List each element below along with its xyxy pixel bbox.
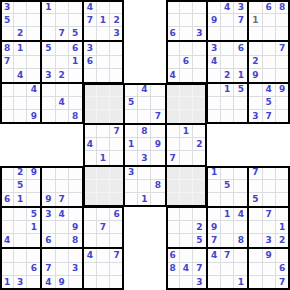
cell-r4c18: 6: [234, 42, 247, 55]
cell-r15c10[interactable]: [125, 193, 138, 206]
cell-r19c3[interactable]: [27, 249, 40, 262]
cell-r13c17[interactable]: [221, 167, 234, 180]
cell-r18c5[interactable]: [56, 234, 69, 247]
cell-r20c5[interactable]: [56, 263, 69, 276]
cell-r9c11[interactable]: [138, 110, 151, 123]
cell-r21c20[interactable]: [263, 276, 276, 289]
cell-r7c10[interactable]: [125, 84, 138, 97]
cell-r13c14[interactable]: [180, 167, 193, 180]
cell-r8c3[interactable]: [27, 97, 40, 110]
cell-r15c13[interactable]: [167, 193, 180, 206]
cell-r7c6[interactable]: [69, 84, 82, 97]
cell-r14c3[interactable]: [27, 180, 40, 193]
cell-r20c14: 4: [180, 263, 193, 276]
cell-r12c9[interactable]: [110, 151, 123, 164]
cell-r16c21[interactable]: [276, 208, 289, 221]
cell-r7c2[interactable]: [14, 84, 27, 97]
cell-r17c7[interactable]: [84, 221, 97, 234]
cell-r6c15[interactable]: [193, 69, 206, 82]
cell-r19c19[interactable]: [249, 249, 262, 262]
cell-r15c6[interactable]: [69, 193, 82, 206]
cell-r17c17[interactable]: [221, 221, 234, 234]
cell-r19c20: 9: [263, 249, 276, 262]
cell-r16c1[interactable]: [1, 208, 14, 221]
cell-r6c2: 4: [14, 69, 27, 82]
cell-r5c8[interactable]: [97, 56, 110, 69]
cell-r5c13[interactable]: [167, 56, 180, 69]
overlap-box: [166, 83, 207, 124]
cell-r10c15[interactable]: [193, 125, 206, 138]
cell-r8c13[interactable]: [167, 97, 180, 110]
cell-r8c1[interactable]: [1, 97, 14, 110]
cell-r19c8[interactable]: [97, 249, 110, 262]
cell-r2c19[interactable]: 1: [249, 14, 262, 27]
cell-r2c14[interactable]: [180, 14, 193, 27]
cell-r7c7[interactable]: [84, 84, 97, 97]
cell-r11c8[interactable]: [97, 138, 110, 151]
cell-r21c19[interactable]: [249, 276, 262, 289]
cell-r16c8[interactable]: [97, 208, 110, 221]
cell-r15c3[interactable]: [27, 193, 40, 206]
cell-r2c6[interactable]: [69, 14, 82, 27]
cell-r17c1[interactable]: [1, 221, 14, 234]
cell-r12c15[interactable]: [193, 151, 206, 164]
cell-r7c16[interactable]: [208, 84, 221, 97]
cell-r5c18[interactable]: [234, 56, 247, 69]
cell-r17c2[interactable]: [14, 221, 27, 234]
cell-r1c15[interactable]: [193, 1, 206, 14]
cell-r2c13[interactable]: [167, 14, 180, 27]
cell-r8c2[interactable]: [14, 97, 27, 110]
cell-r20c18[interactable]: [234, 263, 247, 276]
cell-r6c1[interactable]: [1, 69, 14, 82]
cell-r3c16[interactable]: [208, 27, 221, 40]
cell-r5c5[interactable]: [56, 56, 69, 69]
cell-r2c16: 9: [208, 14, 221, 27]
cell-r1c6[interactable]: [69, 1, 82, 14]
cell-r14c18[interactable]: [234, 180, 247, 193]
cell-r9c7[interactable]: [84, 110, 97, 123]
cell-r5c21[interactable]: [276, 56, 289, 69]
cell-r21c7[interactable]: [84, 276, 97, 289]
cell-r20c9[interactable]: [110, 263, 123, 276]
cell-r11c11[interactable]: [138, 138, 151, 151]
grid-center: 4577418193127381: [83, 83, 207, 207]
cell-r20c8[interactable]: [97, 263, 110, 276]
cell-r8c15[interactable]: [193, 97, 206, 110]
cell-r3c19[interactable]: [249, 27, 262, 40]
cell-r2c1: 5: [1, 14, 14, 27]
cell-r21c6[interactable]: [69, 276, 82, 289]
cell-r19c18[interactable]: [234, 249, 247, 262]
cell-r5c2[interactable]: [14, 56, 27, 69]
cell-r13c10: 3: [125, 167, 138, 180]
cell-r17c9[interactable]: [110, 221, 123, 234]
cell-r3c4[interactable]: [42, 27, 55, 40]
cell-r8c8[interactable]: [97, 97, 110, 110]
cell-r15c20[interactable]: [263, 193, 276, 206]
cell-r20c17[interactable]: [221, 263, 234, 276]
cell-r4c3[interactable]: [27, 42, 40, 55]
cell-r21c9[interactable]: [110, 276, 123, 289]
cell-r9c16[interactable]: [208, 110, 221, 123]
cell-r7c15[interactable]: [193, 84, 206, 97]
cell-r6c8[interactable]: [97, 69, 110, 82]
cell-r18c7[interactable]: [84, 234, 97, 247]
cell-r9c1[interactable]: [1, 110, 14, 123]
box: 681: [248, 0, 289, 41]
cell-r14c9[interactable]: [110, 180, 123, 193]
cell-r21c17[interactable]: [221, 276, 234, 289]
cell-r8c17[interactable]: [221, 97, 234, 110]
cell-r16c2[interactable]: [14, 208, 27, 221]
cell-r15c7[interactable]: [84, 193, 97, 206]
cell-r8c4[interactable]: [42, 97, 55, 110]
cell-r8c12[interactable]: [151, 97, 164, 110]
cell-r12c10[interactable]: [125, 151, 138, 164]
cell-r14c14[interactable]: [180, 180, 193, 193]
cell-r19c6[interactable]: [69, 249, 82, 262]
cell-r11c14[interactable]: [180, 138, 193, 151]
box: 15: [207, 83, 248, 124]
cell-r18c17[interactable]: [221, 234, 234, 247]
cell-r4c2: 1: [14, 42, 27, 55]
cell-r17c14[interactable]: [180, 221, 193, 234]
box: 514: [0, 207, 41, 248]
cell-r9c10[interactable]: [125, 110, 138, 123]
cell-r13c18[interactable]: [234, 167, 247, 180]
cell-r7c21: 9: [276, 84, 289, 97]
cell-r16c16[interactable]: [208, 208, 221, 221]
cell-r1c1: 3: [1, 1, 14, 14]
cell-r3c3[interactable]: [27, 27, 40, 40]
cell-r20c7[interactable]: [84, 263, 97, 276]
cell-r20c19[interactable]: [249, 263, 262, 276]
cell-r1c2[interactable]: [14, 1, 27, 14]
cell-r17c4[interactable]: [42, 221, 55, 234]
cell-r19c5[interactable]: [56, 249, 69, 262]
cell-r10c10[interactable]: [125, 125, 138, 138]
cell-r11c13[interactable]: [167, 138, 180, 151]
cell-r3c18[interactable]: [234, 27, 247, 40]
cell-r13c5[interactable]: [56, 167, 69, 180]
cell-r13c20[interactable]: [263, 167, 276, 180]
cell-r7c8[interactable]: [97, 84, 110, 97]
cell-r7c13[interactable]: [167, 84, 180, 97]
box: 457: [124, 83, 165, 124]
cell-r6c3[interactable]: [27, 69, 40, 82]
cell-r15c9[interactable]: [110, 193, 123, 206]
cell-r7c20: 4: [263, 84, 276, 97]
cell-r5c17[interactable]: [221, 56, 234, 69]
cell-r19c2[interactable]: [14, 249, 27, 262]
cell-r7c1[interactable]: [1, 84, 14, 97]
cell-r12c7[interactable]: [84, 151, 97, 164]
cell-r1c14[interactable]: [180, 1, 193, 14]
cell-r21c14[interactable]: [180, 276, 193, 289]
cell-r16c14[interactable]: [180, 208, 193, 221]
cell-r1c16[interactable]: [208, 1, 221, 14]
samurai-sudoku-board: 3521754712381745613236494863439768164364…: [0, 0, 290, 290]
cell-r15c12[interactable]: [151, 193, 164, 206]
cell-r9c18[interactable]: [234, 110, 247, 123]
cell-r16c7[interactable]: [84, 208, 97, 221]
cell-r7c5[interactable]: [56, 84, 69, 97]
cell-r16c13[interactable]: [167, 208, 180, 221]
cell-r9c4[interactable]: [42, 110, 55, 123]
cell-r4c17[interactable]: [221, 42, 234, 55]
cell-r11c9[interactable]: [110, 138, 123, 151]
cell-r6c16[interactable]: [208, 69, 221, 82]
cell-r3c8[interactable]: [97, 27, 110, 40]
cell-r8c9[interactable]: [110, 97, 123, 110]
box: 36: [83, 41, 124, 82]
cell-r9c15[interactable]: [193, 110, 206, 123]
cell-r4c19[interactable]: [249, 42, 262, 55]
cell-r15c15[interactable]: [193, 193, 206, 206]
cell-r13c13[interactable]: [167, 167, 180, 180]
cell-r4c5[interactable]: [56, 42, 69, 55]
cell-r4c9[interactable]: [110, 42, 123, 55]
cell-r18c16: 7: [208, 234, 221, 247]
cell-r13c1[interactable]: [1, 167, 14, 180]
cell-r7c9[interactable]: [110, 84, 123, 97]
cell-r15c21[interactable]: [276, 193, 289, 206]
box: 97: [41, 166, 82, 207]
cell-r4c8[interactable]: [97, 42, 110, 55]
cell-r2c4[interactable]: [42, 14, 55, 27]
cell-r9c5[interactable]: [56, 110, 69, 123]
cell-r10c13[interactable]: [167, 125, 180, 138]
cell-r5c15[interactable]: [193, 56, 206, 69]
cell-r12c12[interactable]: [151, 151, 164, 164]
cell-r14c20[interactable]: [263, 180, 276, 193]
cell-r14c19[interactable]: [249, 180, 262, 193]
cell-r11c12: 9: [151, 138, 164, 151]
cell-r2c20[interactable]: [263, 14, 276, 27]
cell-r9c14[interactable]: [180, 110, 193, 123]
cell-r10c11: 8: [138, 125, 151, 138]
cell-r17c21: 1: [276, 221, 289, 234]
cell-r17c16: 9: [208, 221, 221, 234]
cell-r10c7[interactable]: [84, 125, 97, 138]
box: 471: [207, 248, 248, 289]
cell-r11c10: 1: [125, 138, 138, 151]
cell-r3c7[interactable]: [84, 27, 97, 40]
cell-r18c1: 4: [1, 234, 14, 247]
cell-r2c5[interactable]: [56, 14, 69, 27]
cell-r1c21: 8: [276, 1, 289, 14]
cell-r14c1[interactable]: [1, 180, 14, 193]
cell-r9c8[interactable]: [97, 110, 110, 123]
cell-r2c3[interactable]: [27, 14, 40, 27]
cell-r5c19: 2: [249, 56, 262, 69]
cell-r18c8[interactable]: [97, 234, 110, 247]
cell-r8c7[interactable]: [84, 97, 97, 110]
cell-r14c5[interactable]: [56, 180, 69, 193]
cell-r14c13[interactable]: [167, 180, 180, 193]
cell-r21c13[interactable]: [167, 276, 180, 289]
cell-r20c16[interactable]: [208, 263, 221, 276]
cell-r5c1: 7: [1, 56, 14, 69]
cell-r13c9[interactable]: [110, 167, 123, 180]
cell-r6c21[interactable]: [276, 69, 289, 82]
cell-r2c2[interactable]: [14, 14, 27, 27]
cell-r16c5: 4: [56, 208, 69, 221]
box: 49: [0, 83, 41, 124]
cell-r17c20[interactable]: [263, 221, 276, 234]
cell-r15c1: 6: [1, 193, 14, 206]
cell-r21c16[interactable]: [208, 276, 221, 289]
cell-r9c21[interactable]: [276, 110, 289, 123]
cell-r21c3[interactable]: [27, 276, 40, 289]
cell-r9c13[interactable]: [167, 110, 180, 123]
cell-r1c19[interactable]: [249, 1, 262, 14]
cell-r14c16[interactable]: [208, 180, 221, 193]
cell-r19c1[interactable]: [1, 249, 14, 262]
cell-r18c3[interactable]: [27, 234, 40, 247]
cell-r5c20[interactable]: [263, 56, 276, 69]
cell-r10c12[interactable]: [151, 125, 164, 138]
cell-r9c17[interactable]: [221, 110, 234, 123]
cell-r17c13[interactable]: [167, 221, 180, 234]
cell-r13c7[interactable]: [84, 167, 97, 180]
cell-r16c19[interactable]: [249, 208, 262, 221]
box: 36421: [207, 41, 248, 82]
cell-r7c14[interactable]: [180, 84, 193, 97]
cell-r9c12: 7: [151, 110, 164, 123]
cell-r16c15[interactable]: [193, 208, 206, 221]
cell-r3c14[interactable]: [180, 27, 193, 40]
cell-r7c19[interactable]: [249, 84, 262, 97]
cell-r1c5[interactable]: [56, 1, 69, 14]
cell-r18c2[interactable]: [14, 234, 27, 247]
cell-r8c14[interactable]: [180, 97, 193, 110]
cell-r21c8[interactable]: [97, 276, 110, 289]
cell-r1c13[interactable]: [167, 1, 180, 14]
cell-r7c12[interactable]: [151, 84, 164, 97]
cell-r8c16[interactable]: [208, 97, 221, 110]
cell-r16c6[interactable]: [69, 208, 82, 221]
cell-r2c15[interactable]: [193, 14, 206, 27]
cell-r13c6[interactable]: [69, 167, 82, 180]
cell-r4c13[interactable]: [167, 42, 180, 55]
cell-r1c8[interactable]: [97, 1, 110, 14]
cell-r12c13: 7: [167, 151, 180, 164]
cell-r9c9[interactable]: [110, 110, 123, 123]
cell-r13c16: 1: [208, 167, 221, 180]
cell-r14c15[interactable]: [193, 180, 206, 193]
cell-r2c17[interactable]: [221, 14, 234, 27]
cell-r15c14[interactable]: [180, 193, 193, 206]
cell-r14c21[interactable]: [276, 180, 289, 193]
cell-r1c3[interactable]: [27, 1, 40, 14]
cell-r8c19[interactable]: [249, 97, 262, 110]
cell-r15c17[interactable]: [221, 193, 234, 206]
cell-r20c1[interactable]: [1, 263, 14, 276]
cell-r6c6[interactable]: [69, 69, 82, 82]
cell-r13c11[interactable]: [138, 167, 151, 180]
cell-r3c13: 6: [167, 27, 180, 40]
cell-r19c4[interactable]: [42, 249, 55, 262]
box: 49537: [248, 83, 289, 124]
cell-r13c15[interactable]: [193, 167, 206, 180]
cell-r13c21[interactable]: [276, 167, 289, 180]
cell-r15c8[interactable]: [97, 193, 110, 206]
cell-r5c4[interactable]: [42, 56, 55, 69]
cell-r6c14[interactable]: [180, 69, 193, 82]
cell-r21c4: 4: [42, 276, 55, 289]
cell-r12c14[interactable]: [180, 151, 193, 164]
cell-r5c3[interactable]: [27, 56, 40, 69]
cell-r8c11[interactable]: [138, 97, 151, 110]
cell-r19c14[interactable]: [180, 249, 193, 262]
cell-r4c14[interactable]: [180, 42, 193, 55]
cell-r13c19: 7: [249, 167, 262, 180]
cell-r17c18[interactable]: [234, 221, 247, 234]
cell-r13c8[interactable]: [97, 167, 110, 180]
cell-r8c21[interactable]: [276, 97, 289, 110]
cell-r18c13[interactable]: [167, 234, 180, 247]
cell-r10c8[interactable]: [97, 125, 110, 138]
cell-r6c20[interactable]: [263, 69, 276, 82]
cell-r19c21[interactable]: [276, 249, 289, 262]
cell-r3c21[interactable]: [276, 27, 289, 40]
cell-r19c15[interactable]: [193, 249, 206, 262]
cell-r5c9[interactable]: [110, 56, 123, 69]
cell-r6c5: 2: [56, 69, 69, 82]
cell-r14c4[interactable]: [42, 180, 55, 193]
cell-r8c18[interactable]: [234, 97, 247, 110]
cell-r3c20[interactable]: [263, 27, 276, 40]
cell-r3c1[interactable]: [1, 27, 14, 40]
cell-r15c16[interactable]: [208, 193, 221, 206]
cell-r18c18: 8: [234, 234, 247, 247]
cell-r20c2[interactable]: [14, 263, 27, 276]
cell-r9c2[interactable]: [14, 110, 27, 123]
cell-r15c18[interactable]: [234, 193, 247, 206]
cell-r13c12[interactable]: [151, 167, 164, 180]
overlap-box: [83, 83, 124, 124]
cell-r8c6[interactable]: [69, 97, 82, 110]
cell-r3c5: 7: [56, 27, 69, 40]
cell-r14c8[interactable]: [97, 180, 110, 193]
cell-r3c17[interactable]: [221, 27, 234, 40]
cell-r19c7: 4: [84, 249, 97, 262]
cell-r20c20[interactable]: [263, 263, 276, 276]
cell-r13c2: 2: [14, 167, 27, 180]
cell-r18c14[interactable]: [180, 234, 193, 247]
cell-r17c5[interactable]: [56, 221, 69, 234]
cell-r14c10[interactable]: [125, 180, 138, 193]
cell-r1c9[interactable]: [110, 1, 123, 14]
cell-r14c7[interactable]: [84, 180, 97, 193]
cell-r14c6[interactable]: [69, 180, 82, 193]
cell-r6c9[interactable]: [110, 69, 123, 82]
cell-r4c15[interactable]: [193, 42, 206, 55]
box: 613: [0, 248, 41, 289]
cell-r6c7[interactable]: [84, 69, 97, 82]
cell-r18c9[interactable]: [110, 234, 123, 247]
cell-r17c19[interactable]: [249, 221, 262, 234]
cell-r2c21[interactable]: [276, 14, 289, 27]
cell-r21c5: 9: [56, 276, 69, 289]
cell-r18c19[interactable]: [249, 234, 262, 247]
cell-r4c20[interactable]: [263, 42, 276, 55]
cell-r13c4[interactable]: [42, 167, 55, 180]
cell-r14c11[interactable]: [138, 180, 151, 193]
cell-r7c4[interactable]: [42, 84, 55, 97]
